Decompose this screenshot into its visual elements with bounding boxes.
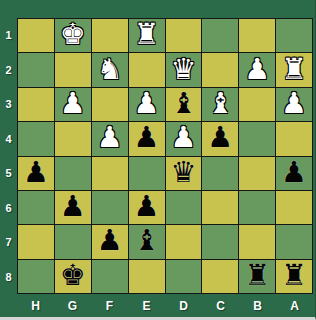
square-d7[interactable]: [166, 225, 202, 258]
file-label-c: C: [202, 294, 239, 317]
square-g7[interactable]: [55, 225, 91, 258]
square-f3[interactable]: [92, 88, 128, 121]
square-e3[interactable]: ♟: [129, 88, 165, 121]
rank-labels: 12345678: [0, 18, 17, 294]
square-h4[interactable]: [18, 122, 54, 155]
square-c6[interactable]: [202, 191, 238, 224]
white-pawn: ♟: [97, 123, 123, 152]
black-rook: ♜: [244, 261, 270, 290]
square-a8[interactable]: ♜: [276, 260, 312, 293]
square-d5[interactable]: ♛: [166, 157, 202, 190]
square-g6[interactable]: ♟: [55, 191, 91, 224]
file-label-a: A: [276, 294, 313, 317]
square-f7[interactable]: ♟: [92, 225, 128, 258]
rank-label-8: 8: [0, 260, 17, 295]
square-c7[interactable]: [202, 225, 238, 258]
black-pawn: ♟: [23, 158, 49, 187]
square-g1[interactable]: ♚: [55, 19, 91, 52]
file-label-e: E: [128, 294, 165, 317]
square-h1[interactable]: [18, 19, 54, 52]
black-pawn: ♟: [97, 226, 123, 255]
rank-label-6: 6: [0, 191, 17, 226]
square-e8[interactable]: [129, 260, 165, 293]
square-h6[interactable]: [18, 191, 54, 224]
square-b2[interactable]: ♟: [239, 53, 275, 86]
rank-label-2: 2: [0, 53, 17, 88]
square-h8[interactable]: [18, 260, 54, 293]
square-b3[interactable]: [239, 88, 275, 121]
square-c4[interactable]: ♟: [202, 122, 238, 155]
square-e6[interactable]: ♟: [129, 191, 165, 224]
black-queen: ♛: [170, 158, 196, 187]
black-bishop: ♝: [170, 89, 196, 118]
square-g3[interactable]: ♟: [55, 88, 91, 121]
white-rook: ♜: [281, 55, 307, 84]
square-b4[interactable]: [239, 122, 275, 155]
white-pawn: ♟: [170, 123, 196, 152]
square-e7[interactable]: ♝: [129, 225, 165, 258]
square-c3[interactable]: ♝: [202, 88, 238, 121]
rank-label-5: 5: [0, 156, 17, 191]
rank-label-4: 4: [0, 122, 17, 157]
rank-label-7: 7: [0, 225, 17, 260]
square-e2[interactable]: [129, 53, 165, 86]
square-d6[interactable]: [166, 191, 202, 224]
file-labels: HGFEDCBA: [17, 294, 313, 317]
white-pawn: ♟: [60, 89, 86, 118]
black-pawn: ♟: [134, 192, 160, 221]
square-d3[interactable]: ♝: [166, 88, 202, 121]
file-label-b: B: [239, 294, 276, 317]
square-d2[interactable]: ♛: [166, 53, 202, 86]
square-g5[interactable]: [55, 157, 91, 190]
square-a4[interactable]: [276, 122, 312, 155]
file-label-h: H: [17, 294, 54, 317]
chess-board: ♚♜♞♛♟♜♟♟♝♝♟♟♟♟♟♟♛♟♟♟♟♝♚♜♜: [17, 18, 313, 294]
square-f8[interactable]: [92, 260, 128, 293]
square-e4[interactable]: ♟: [129, 122, 165, 155]
white-pawn: ♟: [244, 55, 270, 84]
square-b5[interactable]: [239, 157, 275, 190]
white-rook: ♜: [134, 20, 160, 49]
square-c2[interactable]: [202, 53, 238, 86]
square-f6[interactable]: [92, 191, 128, 224]
square-a2[interactable]: ♜: [276, 53, 312, 86]
square-f4[interactable]: ♟: [92, 122, 128, 155]
square-a3[interactable]: ♟: [276, 88, 312, 121]
square-g4[interactable]: [55, 122, 91, 155]
square-b8[interactable]: ♜: [239, 260, 275, 293]
chess-board-panel: 12345678 ♚♜♞♛♟♜♟♟♝♝♟♟♟♟♟♟♛♟♟♟♟♝♚♜♜ HGFED…: [0, 0, 316, 320]
black-king: ♚: [60, 261, 86, 290]
white-pawn: ♟: [134, 89, 160, 118]
rank-label-3: 3: [0, 87, 17, 122]
white-queen: ♛: [170, 55, 196, 84]
square-d1[interactable]: [166, 19, 202, 52]
square-e1[interactable]: ♜: [129, 19, 165, 52]
white-king: ♚: [60, 20, 86, 49]
square-e5[interactable]: [129, 157, 165, 190]
square-c8[interactable]: [202, 260, 238, 293]
white-knight: ♞: [97, 55, 123, 84]
square-f2[interactable]: ♞: [92, 53, 128, 86]
file-label-g: G: [54, 294, 91, 317]
square-h5[interactable]: ♟: [18, 157, 54, 190]
white-pawn: ♟: [281, 89, 307, 118]
white-bishop: ♝: [207, 89, 233, 118]
file-label-f: F: [91, 294, 128, 317]
square-h7[interactable]: [18, 225, 54, 258]
square-h2[interactable]: [18, 53, 54, 86]
black-bishop: ♝: [134, 226, 160, 255]
square-c5[interactable]: [202, 157, 238, 190]
black-rook: ♜: [281, 261, 307, 290]
rank-label-1: 1: [0, 18, 17, 53]
square-d8[interactable]: [166, 260, 202, 293]
black-pawn: ♟: [207, 123, 233, 152]
square-g2[interactable]: [55, 53, 91, 86]
square-a5[interactable]: ♟: [276, 157, 312, 190]
square-c1[interactable]: [202, 19, 238, 52]
square-b6[interactable]: [239, 191, 275, 224]
black-pawn: ♟: [134, 123, 160, 152]
black-pawn: ♟: [281, 158, 307, 187]
file-label-d: D: [165, 294, 202, 317]
square-b7[interactable]: [239, 225, 275, 258]
black-pawn: ♟: [60, 192, 86, 221]
square-f5[interactable]: [92, 157, 128, 190]
square-a7[interactable]: [276, 225, 312, 258]
square-g8[interactable]: ♚: [55, 260, 91, 293]
square-f1[interactable]: [92, 19, 128, 52]
square-d4[interactable]: ♟: [166, 122, 202, 155]
square-a1[interactable]: [276, 19, 312, 52]
square-b1[interactable]: [239, 19, 275, 52]
square-h3[interactable]: [18, 88, 54, 121]
square-a6[interactable]: [276, 191, 312, 224]
